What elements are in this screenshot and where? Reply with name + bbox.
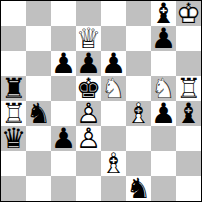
square-b8[interactable]	[26, 1, 51, 26]
square-f1[interactable]: ♞	[126, 176, 151, 201]
square-f3[interactable]	[126, 126, 151, 151]
piece-outline-layer: ♗	[101, 151, 126, 176]
black-knight: ♞	[26, 101, 51, 126]
square-e2[interactable]: ♝♗	[101, 151, 126, 176]
piece-outline-layer: ♙	[76, 126, 101, 151]
square-g2[interactable]	[151, 151, 176, 176]
black-bishop: ♝	[176, 101, 201, 126]
piece-outline-layer: ♔	[176, 1, 201, 26]
square-a2[interactable]	[1, 151, 26, 176]
square-b6[interactable]	[26, 51, 51, 76]
square-h2[interactable]	[176, 151, 201, 176]
square-b4[interactable]: ♞	[26, 101, 51, 126]
square-g7[interactable]: ♟	[151, 26, 176, 51]
square-a3[interactable]: ♛	[1, 126, 26, 151]
square-c6[interactable]: ♟	[51, 51, 76, 76]
square-h8[interactable]: ♚♔	[176, 1, 201, 26]
black-pawn: ♟	[151, 26, 176, 51]
square-a1[interactable]	[1, 176, 26, 201]
square-g3[interactable]	[151, 126, 176, 151]
square-g1[interactable]	[151, 176, 176, 201]
square-h4[interactable]: ♝	[176, 101, 201, 126]
white-bishop: ♝♗	[126, 101, 151, 126]
black-pawn: ♟	[51, 126, 76, 151]
black-knight: ♞	[126, 176, 151, 201]
square-a7[interactable]	[1, 26, 26, 51]
square-b7[interactable]	[26, 26, 51, 51]
square-d2[interactable]	[76, 151, 101, 176]
white-bishop: ♝♗	[101, 151, 126, 176]
square-c8[interactable]	[51, 1, 76, 26]
square-h3[interactable]	[176, 126, 201, 151]
square-f7[interactable]	[126, 26, 151, 51]
white-knight: ♞♘	[101, 76, 126, 101]
chess-board: ♝♚♔♛♕♟♟♟♟♜♚♞♘♞♘♜♖♜♖♞♟♙♝♗♟♝♛♟♟♙♝♗♞	[0, 0, 202, 202]
square-e8[interactable]	[101, 1, 126, 26]
white-king: ♚♔	[176, 1, 201, 26]
square-c5[interactable]	[51, 76, 76, 101]
square-b1[interactable]	[26, 176, 51, 201]
square-h1[interactable]	[176, 176, 201, 201]
square-c1[interactable]	[51, 176, 76, 201]
black-pawn: ♟	[151, 101, 176, 126]
square-h7[interactable]	[176, 26, 201, 51]
square-f6[interactable]	[126, 51, 151, 76]
square-e4[interactable]	[101, 101, 126, 126]
square-c3[interactable]: ♟	[51, 126, 76, 151]
square-a8[interactable]	[1, 1, 26, 26]
square-d3[interactable]: ♟♙	[76, 126, 101, 151]
black-queen: ♛	[1, 126, 26, 151]
square-f8[interactable]	[126, 1, 151, 26]
piece-outline-layer: ♗	[126, 101, 151, 126]
square-g4[interactable]: ♟	[151, 101, 176, 126]
square-b3[interactable]	[26, 126, 51, 151]
square-d1[interactable]	[76, 176, 101, 201]
piece-outline-layer: ♘	[101, 76, 126, 101]
square-e5[interactable]: ♞♘	[101, 76, 126, 101]
square-e1[interactable]	[101, 176, 126, 201]
black-pawn: ♟	[51, 51, 76, 76]
white-pawn: ♟♙	[76, 126, 101, 151]
square-b2[interactable]	[26, 151, 51, 176]
square-c2[interactable]	[51, 151, 76, 176]
square-f4[interactable]: ♝♗	[126, 101, 151, 126]
